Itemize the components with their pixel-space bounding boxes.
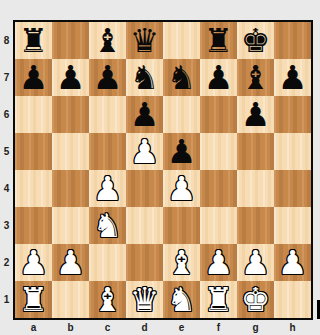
square-f5[interactable] [200, 133, 237, 170]
square-e3[interactable] [163, 207, 200, 244]
square-d7[interactable]: ♞ [126, 59, 163, 96]
square-c5[interactable] [89, 133, 126, 170]
black-pawn: ♟ [167, 133, 197, 170]
square-a5[interactable] [15, 133, 52, 170]
square-a6[interactable] [15, 96, 52, 133]
black-pawn: ♟ [19, 59, 49, 96]
square-b2[interactable]: ♟ [52, 244, 89, 281]
square-d4[interactable] [126, 170, 163, 207]
square-c8[interactable]: ♝ [89, 22, 126, 59]
square-e7[interactable]: ♞ [163, 59, 200, 96]
rank-label-2: 2 [0, 244, 13, 281]
rank-label-7: 7 [0, 59, 13, 96]
white-pawn: ♟ [93, 170, 123, 207]
black-knight: ♞ [167, 59, 197, 96]
rank-label-5: 5 [0, 133, 13, 170]
square-c7[interactable]: ♟ [89, 59, 126, 96]
white-knight: ♞ [167, 281, 197, 318]
white-pawn: ♟ [204, 244, 234, 281]
square-a2[interactable]: ♟ [15, 244, 52, 281]
rank-label-6: 6 [0, 96, 13, 133]
square-g5[interactable] [237, 133, 274, 170]
square-e6[interactable] [163, 96, 200, 133]
square-g6[interactable]: ♟ [237, 96, 274, 133]
square-f6[interactable] [200, 96, 237, 133]
square-e5[interactable]: ♟ [163, 133, 200, 170]
square-b1[interactable] [52, 281, 89, 318]
square-b6[interactable] [52, 96, 89, 133]
white-rook: ♜ [19, 281, 49, 318]
rank-label-8: 8 [0, 22, 13, 59]
square-b5[interactable] [52, 133, 89, 170]
white-knight: ♞ [93, 207, 123, 244]
black-pawn: ♟ [130, 96, 160, 133]
square-d2[interactable] [126, 244, 163, 281]
square-e2[interactable]: ♝ [163, 244, 200, 281]
black-bishop: ♝ [241, 59, 271, 96]
white-bishop: ♝ [167, 244, 197, 281]
white-pawn: ♟ [130, 133, 160, 170]
file-label-e: e [163, 320, 200, 335]
square-b8[interactable] [52, 22, 89, 59]
square-f3[interactable] [200, 207, 237, 244]
file-label-c: c [89, 320, 126, 335]
black-pawn: ♟ [56, 59, 86, 96]
square-d8[interactable]: ♛ [126, 22, 163, 59]
square-e1[interactable]: ♞ [163, 281, 200, 318]
square-a1[interactable]: ♜ [15, 281, 52, 318]
white-rook: ♜ [204, 281, 234, 318]
chess-board: ♜♝♛♜♚♟♟♟♞♞♟♝♟♟♟♟♟♟♟♞♟♟♝♟♟♟♜♝♛♞♜♚ [13, 20, 313, 320]
square-h5[interactable] [274, 133, 311, 170]
rank-label-1: 1 [0, 281, 13, 318]
file-label-d: d [126, 320, 163, 335]
square-f1[interactable]: ♜ [200, 281, 237, 318]
square-h2[interactable]: ♟ [274, 244, 311, 281]
square-g8[interactable]: ♚ [237, 22, 274, 59]
file-label-g: g [237, 320, 274, 335]
black-knight: ♞ [130, 59, 160, 96]
square-b7[interactable]: ♟ [52, 59, 89, 96]
black-pawn: ♟ [93, 59, 123, 96]
black-king: ♚ [241, 22, 271, 59]
square-h4[interactable] [274, 170, 311, 207]
white-pawn: ♟ [56, 244, 86, 281]
white-pawn: ♟ [167, 170, 197, 207]
square-h6[interactable] [274, 96, 311, 133]
black-rook: ♜ [204, 22, 234, 59]
square-f8[interactable]: ♜ [200, 22, 237, 59]
file-label-h: h [274, 320, 311, 335]
square-c2[interactable] [89, 244, 126, 281]
file-label-b: b [52, 320, 89, 335]
black-rook: ♜ [19, 22, 49, 59]
square-c1[interactable]: ♝ [89, 281, 126, 318]
square-g4[interactable] [237, 170, 274, 207]
square-d6[interactable]: ♟ [126, 96, 163, 133]
square-e4[interactable]: ♟ [163, 170, 200, 207]
rank-label-4: 4 [0, 170, 13, 207]
square-h3[interactable] [274, 207, 311, 244]
square-a8[interactable]: ♜ [15, 22, 52, 59]
file-label-f: f [200, 320, 237, 335]
square-b4[interactable] [52, 170, 89, 207]
square-c3[interactable]: ♞ [89, 207, 126, 244]
chess-diagram: 87654321 ♜♝♛♜♚♟♟♟♞♞♟♝♟♟♟♟♟♟♟♞♟♟♝♟♟♟♜♝♛♞♜… [0, 0, 320, 335]
white-pawn: ♟ [19, 244, 49, 281]
black-pawn: ♟ [241, 96, 271, 133]
square-c6[interactable] [89, 96, 126, 133]
square-h7[interactable]: ♟ [274, 59, 311, 96]
square-f7[interactable]: ♟ [200, 59, 237, 96]
square-g7[interactable]: ♝ [237, 59, 274, 96]
square-g2[interactable]: ♟ [237, 244, 274, 281]
square-a7[interactable]: ♟ [15, 59, 52, 96]
white-bishop: ♝ [93, 281, 123, 318]
square-b3[interactable] [52, 207, 89, 244]
square-a3[interactable] [15, 207, 52, 244]
black-pawn: ♟ [204, 59, 234, 96]
square-a4[interactable] [15, 170, 52, 207]
black-queen: ♛ [130, 22, 160, 59]
square-d1[interactable]: ♛ [126, 281, 163, 318]
square-d3[interactable] [126, 207, 163, 244]
file-label-a: a [15, 320, 52, 335]
square-c4[interactable]: ♟ [89, 170, 126, 207]
square-f4[interactable] [200, 170, 237, 207]
black-bishop: ♝ [93, 22, 123, 59]
white-king: ♚ [241, 281, 271, 318]
square-g1[interactable]: ♚ [237, 281, 274, 318]
square-h1[interactable] [274, 281, 311, 318]
square-g3[interactable] [237, 207, 274, 244]
black-pawn: ♟ [278, 59, 308, 96]
square-h8[interactable] [274, 22, 311, 59]
square-d5[interactable]: ♟ [126, 133, 163, 170]
white-pawn: ♟ [241, 244, 271, 281]
file-labels: abcdefgh [15, 320, 311, 335]
square-e8[interactable] [163, 22, 200, 59]
rank-labels: 87654321 [0, 22, 13, 318]
white-queen: ♛ [130, 281, 160, 318]
white-pawn: ♟ [278, 244, 308, 281]
rank-label-3: 3 [0, 207, 13, 244]
square-f2[interactable]: ♟ [200, 244, 237, 281]
